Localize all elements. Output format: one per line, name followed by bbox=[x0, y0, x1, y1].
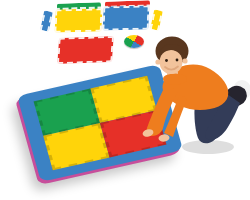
sneaker-shoe bbox=[222, 83, 250, 110]
neck bbox=[167, 70, 178, 79]
floor-shadow bbox=[182, 140, 234, 154]
piece-yellow-edge-strip-right bbox=[150, 9, 163, 30]
piece-blue-tile bbox=[102, 5, 149, 30]
shoe-sole bbox=[233, 80, 250, 100]
sweater-torso bbox=[163, 65, 229, 110]
play-mat bbox=[17, 64, 183, 182]
ear-left bbox=[155, 59, 160, 64]
ear-right bbox=[182, 58, 187, 63]
collar bbox=[163, 74, 187, 85]
child-face bbox=[160, 50, 183, 74]
smile bbox=[165, 67, 178, 70]
piece-yellow-tile bbox=[55, 8, 103, 32]
child-hair-back bbox=[156, 37, 189, 66]
jeans-calf bbox=[205, 94, 240, 140]
sock bbox=[224, 101, 230, 107]
eye-left bbox=[165, 59, 168, 62]
scene bbox=[0, 0, 250, 200]
eye-right bbox=[176, 59, 179, 62]
piece-round-multicolor bbox=[124, 35, 144, 48]
piece-blue-edge-strip-left bbox=[40, 10, 53, 31]
mat-border bbox=[34, 76, 167, 170]
jeans-thigh bbox=[194, 86, 225, 143]
piece-red-tile bbox=[57, 36, 114, 64]
child-hair-fringe bbox=[158, 44, 187, 59]
